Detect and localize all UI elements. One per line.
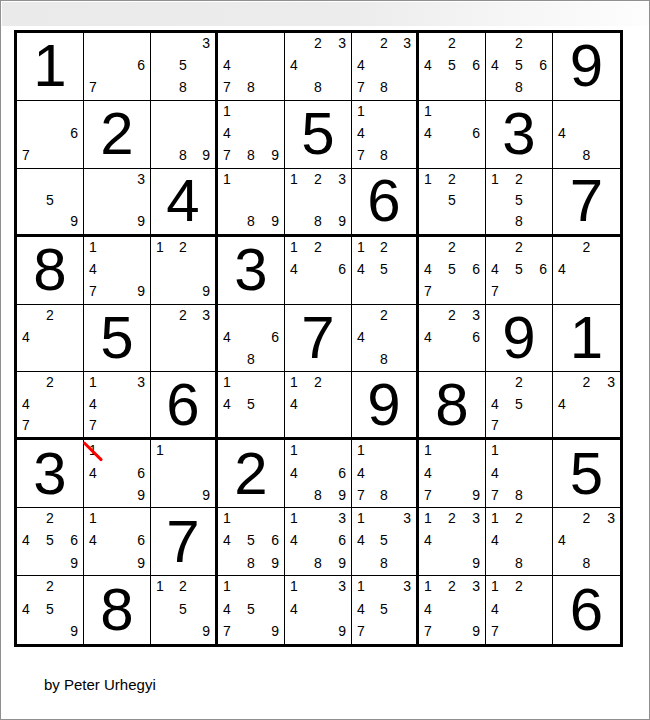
cell-r5c2[interactable]: 5	[84, 305, 151, 373]
candidate-digit: 3	[607, 510, 615, 528]
candidate-slot	[108, 510, 127, 531]
candidate-slot: 2	[510, 171, 529, 191]
candidate-slot	[126, 35, 145, 56]
cell-r7c2[interactable]: 1469	[84, 440, 151, 508]
candidate-digit: 3	[403, 578, 411, 596]
candidate-slot	[192, 124, 210, 145]
cell-r8c9[interactable]: 2348	[553, 508, 620, 576]
candidate-digit: 2	[380, 307, 388, 325]
candidate-slot: 2	[443, 510, 462, 531]
cell-r5c3[interactable]: 23	[151, 305, 218, 373]
candidate-slot	[126, 191, 145, 211]
candidate-slot: 5	[443, 259, 462, 280]
solved-digit: 5	[301, 104, 334, 164]
cell-r3c2[interactable]: 39	[84, 169, 151, 237]
candidate-slot	[461, 280, 480, 301]
candidate-slot	[174, 484, 192, 505]
candidate-slot: 9	[192, 280, 210, 301]
cell-r8c6[interactable]: 13458	[352, 508, 419, 576]
cell-r5c8[interactable]: 9	[486, 305, 553, 373]
cell-r3c7[interactable]: 125	[419, 169, 486, 237]
solved-digit: 3	[33, 444, 66, 504]
candidate-slot: 5	[443, 56, 462, 77]
candidate-digit: 6	[137, 57, 145, 75]
candidate-slot: 1	[357, 510, 375, 531]
candidate-slot	[393, 259, 411, 280]
candidate-slot	[242, 56, 261, 77]
candidate-digit: 2	[314, 374, 322, 392]
cell-r9c4[interactable]: 14579	[218, 576, 285, 644]
candidate-digit: 2	[380, 35, 388, 53]
candidate-slot: 4	[491, 599, 510, 620]
cell-r3c6[interactable]: 6	[352, 169, 419, 237]
candidate-slot: 6	[461, 56, 480, 77]
candidate-slot: 9	[126, 551, 145, 572]
cell-r1c8[interactable]: 24568	[486, 33, 553, 101]
candidate-slot	[260, 348, 279, 369]
cell-r1c4[interactable]: 478	[218, 33, 285, 101]
candidate-slot	[290, 191, 309, 211]
candidate-slot	[309, 56, 328, 77]
cell-r6c8[interactable]: 2457	[486, 372, 553, 440]
candidate-digit: 2	[179, 578, 187, 596]
candidate-slot	[528, 599, 547, 620]
cell-r3c1[interactable]: 59	[17, 169, 84, 237]
cell-r9c2[interactable]: 8	[84, 576, 151, 644]
candidate-slot: 1	[357, 442, 375, 463]
candidate-slot: 1	[223, 374, 242, 394]
candidate-digit: 2	[448, 578, 456, 596]
candidate-digit: 9	[137, 555, 145, 573]
cell-r5c1[interactable]: 24	[17, 305, 84, 373]
cell-r2c7[interactable]: 146	[419, 101, 486, 169]
cell-r8c1[interactable]: 24569	[17, 508, 84, 576]
cell-r9c8[interactable]: 1247	[486, 576, 553, 644]
candidate-slot	[558, 144, 577, 165]
candidate-digit: 8	[380, 487, 388, 505]
candidate-slot	[596, 394, 615, 414]
candidate-slot	[108, 259, 127, 280]
cell-r9c9[interactable]: 6	[553, 576, 620, 644]
candidate-digit: 2	[448, 239, 456, 257]
candidate-grid: 39	[84, 169, 150, 234]
candidate-digit: 4	[424, 465, 432, 483]
candidate-slot	[89, 56, 108, 77]
cell-r4c4[interactable]: 3	[218, 237, 285, 305]
candidate-slot	[461, 191, 480, 211]
candidate-slot	[327, 442, 346, 463]
candidate-slot: 4	[89, 259, 108, 280]
candidate-digit: 6	[472, 261, 480, 279]
candidate-digit: 1	[357, 510, 365, 528]
cell-r7c9[interactable]: 5	[553, 440, 620, 508]
candidate-digit: 2	[583, 510, 591, 528]
candidate-slot: 1	[290, 171, 309, 191]
solved-digit: 8	[435, 375, 468, 435]
candidate-slot: 7	[491, 484, 510, 505]
cell-r5c9[interactable]: 1	[553, 305, 620, 373]
cell-r8c3[interactable]: 7	[151, 508, 218, 576]
candidate-slot	[461, 599, 480, 620]
candidate-grid: 1347	[84, 372, 150, 437]
cell-r7c4[interactable]: 2	[218, 440, 285, 508]
candidate-slot	[528, 76, 547, 97]
candidate-slot	[327, 374, 346, 394]
candidate-slot	[59, 348, 78, 369]
cell-r1c2[interactable]: 67	[84, 33, 151, 101]
candidate-slot	[242, 124, 261, 145]
candidate-slot: 3	[327, 578, 346, 599]
cell-r1c6[interactable]: 23478	[352, 33, 419, 101]
candidate-slot: 5	[242, 599, 261, 620]
solved-digit: 7	[570, 171, 603, 231]
candidate-slot: 6	[461, 259, 480, 280]
candidate-slot: 1	[223, 171, 242, 191]
candidate-slot	[41, 171, 60, 191]
candidate-slot	[528, 414, 547, 434]
cell-r5c6[interactable]: 248	[352, 305, 419, 373]
candidate-slot	[424, 211, 443, 231]
candidate-slot: 4	[290, 394, 309, 414]
candidate-grid: 12349	[419, 508, 485, 575]
candidate-digit: 9	[70, 623, 78, 641]
candidate-digit: 2	[583, 239, 591, 257]
cell-r6c1[interactable]: 247	[17, 372, 84, 440]
candidate-digit: 3	[137, 374, 145, 392]
candidate-slot	[443, 551, 462, 572]
cell-r2c6[interactable]: 1478	[352, 101, 419, 169]
cell-r3c9[interactable]: 7	[553, 169, 620, 237]
candidate-grid: 234	[553, 372, 620, 437]
candidate-slot: 1	[290, 374, 309, 394]
candidate-digit: 6	[539, 57, 547, 75]
candidate-digit: 2	[448, 35, 456, 53]
cell-r2c2[interactable]: 2	[84, 101, 151, 169]
candidate-digit: 2	[515, 239, 523, 257]
cell-r9c6[interactable]: 13457	[352, 576, 419, 644]
candidate-digit: 1	[357, 578, 365, 596]
candidate-digit: 4	[89, 465, 97, 483]
candidate-slot: 1	[223, 578, 242, 599]
candidate-digit: 4	[22, 601, 30, 619]
cell-r3c8[interactable]: 1258	[486, 169, 553, 237]
candidate-slot	[260, 578, 279, 599]
cell-r7c1[interactable]: 3	[17, 440, 84, 508]
cell-r4c6[interactable]: 1245	[352, 237, 419, 305]
cell-r2c8[interactable]: 3	[486, 101, 553, 169]
candidate-digit: 5	[247, 532, 255, 550]
candidate-slot	[461, 171, 480, 191]
candidate-slot	[558, 280, 577, 301]
candidate-slot	[528, 171, 547, 191]
candidate-digit: 4	[290, 601, 298, 619]
highlight-circle-yellow	[194, 280, 218, 304]
candidate-slot	[443, 124, 462, 145]
candidate-slot	[22, 348, 41, 369]
candidate-grid: 24568	[486, 33, 552, 100]
cell-r1c7[interactable]: 2456	[419, 33, 486, 101]
candidate-slot: 4	[22, 531, 41, 552]
candidate-slot	[327, 239, 346, 260]
candidate-slot	[596, 259, 615, 280]
candidate-slot: 1	[89, 374, 108, 394]
candidate-slot: 4	[357, 463, 375, 484]
candidate-slot: 5	[443, 191, 462, 211]
candidate-slot	[424, 35, 443, 56]
candidate-slot: 7	[89, 414, 108, 434]
candidate-grid: 358	[151, 33, 215, 100]
candidate-slot	[443, 531, 462, 552]
cell-r7c8[interactable]: 1478	[486, 440, 553, 508]
candidate-slot: 4	[491, 394, 510, 414]
candidate-digit: 8	[247, 147, 255, 165]
cell-r4c3[interactable]: 129	[151, 237, 218, 305]
candidate-slot	[528, 280, 547, 301]
candidate-slot	[242, 35, 261, 56]
candidate-slot	[327, 191, 346, 211]
cell-r7c6[interactable]: 1478	[352, 440, 419, 508]
cell-r8c2[interactable]: 1469	[84, 508, 151, 576]
candidate-grid: 2346	[419, 305, 485, 372]
cell-r6c2[interactable]: 1347	[84, 372, 151, 440]
candidate-grid: 12389	[285, 169, 351, 234]
cell-r7c3[interactable]: 19	[151, 440, 218, 508]
candidate-digit: 4	[491, 532, 499, 550]
candidate-slot	[260, 510, 279, 531]
solved-digit: 7	[166, 512, 199, 572]
cell-r6c5[interactable]: 124	[285, 372, 352, 440]
candidate-slot	[309, 259, 328, 280]
cell-r3c4[interactable]: 189	[218, 169, 285, 237]
candidate-slot	[393, 484, 411, 505]
candidate-slot: 4	[558, 394, 577, 414]
candidate-slot: 7	[22, 144, 41, 165]
solved-digit: 2	[100, 104, 133, 164]
candidate-slot	[528, 35, 547, 56]
candidate-slot: 2	[577, 510, 596, 531]
candidate-slot	[41, 103, 60, 124]
candidate-slot	[327, 76, 346, 97]
cell-r6c3[interactable]: 6	[151, 372, 218, 440]
candidate-digit: 7	[424, 487, 432, 505]
cell-r1c1[interactable]: 1	[17, 33, 84, 101]
candidate-slot	[528, 239, 547, 260]
solved-digit: 8	[100, 580, 133, 640]
candidate-slot	[260, 307, 279, 328]
candidate-slot	[461, 144, 480, 165]
cell-r2c3[interactable]: 89	[151, 101, 218, 169]
cell-r5c5[interactable]: 7	[285, 305, 352, 373]
candidate-slot	[260, 76, 279, 97]
candidate-slot	[393, 103, 411, 124]
candidate-digit: 6	[70, 532, 78, 550]
cell-r9c7[interactable]: 123479	[419, 576, 486, 644]
candidate-grid: 1259	[151, 576, 215, 644]
candidate-slot	[577, 394, 596, 414]
candidate-slot: 2	[510, 578, 529, 599]
candidate-slot	[491, 551, 510, 572]
candidate-slot	[558, 414, 577, 434]
candidate-digit: 9	[70, 213, 78, 231]
candidate-digit: 7	[223, 623, 231, 641]
cell-r5c4[interactable]: 468	[218, 305, 285, 373]
cell-r9c1[interactable]: 2459	[17, 576, 84, 644]
candidate-digit: 5	[179, 601, 187, 619]
candidate-slot	[156, 56, 174, 77]
candidate-slot: 6	[528, 259, 547, 280]
highlight-circle-yellow	[148, 439, 172, 463]
cell-r6c4[interactable]: 145	[218, 372, 285, 440]
candidate-slot: 9	[260, 551, 279, 572]
candidate-digit: 4	[357, 261, 365, 279]
candidate-slot: 1	[156, 578, 174, 599]
cell-r8c8[interactable]: 1248	[486, 508, 553, 576]
candidate-slot	[327, 414, 346, 434]
candidate-slot	[424, 144, 443, 165]
candidate-slot	[528, 374, 547, 394]
cell-r8c4[interactable]: 145689	[218, 508, 285, 576]
cell-r1c5[interactable]: 2348	[285, 33, 352, 101]
candidate-slot: 2	[443, 239, 462, 260]
candidate-slot	[510, 620, 529, 641]
cell-r4c2[interactable]: 1479	[84, 237, 151, 305]
candidate-slot: 2	[443, 171, 462, 191]
candidate-digit: 2	[515, 374, 523, 392]
cell-r4c5[interactable]: 1246	[285, 237, 352, 305]
candidate-digit: 3	[338, 35, 346, 53]
candidate-slot	[192, 578, 210, 599]
candidate-grid: 145	[218, 372, 284, 437]
candidate-slot	[309, 510, 328, 531]
solved-digit: 7	[301, 308, 334, 368]
candidate-digit: 2	[515, 35, 523, 53]
candidate-slot	[192, 599, 210, 620]
candidate-digit: 9	[137, 487, 145, 505]
candidate-digit: 4	[558, 125, 566, 143]
cell-r4c1[interactable]: 8	[17, 237, 84, 305]
cell-r9c3[interactable]: 1259	[151, 576, 218, 644]
cell-r2c5[interactable]: 5	[285, 101, 352, 169]
cell-r8c5[interactable]: 134689	[285, 508, 352, 576]
candidate-slot	[375, 463, 393, 484]
cell-r1c9[interactable]: 9	[553, 33, 620, 101]
candidate-digit: 2	[448, 171, 456, 189]
cell-r2c1[interactable]: 67	[17, 101, 84, 169]
cell-r4c8[interactable]: 24567	[486, 237, 553, 305]
candidate-digit: 6	[137, 465, 145, 483]
cell-r9c5[interactable]: 1349	[285, 576, 352, 644]
cell-r5c7[interactable]: 2346	[419, 305, 486, 373]
candidate-slot	[375, 124, 393, 145]
candidate-grid: 23478	[352, 33, 416, 100]
candidate-slot	[89, 551, 108, 572]
candidate-slot	[461, 211, 480, 231]
candidate-slot	[59, 171, 78, 191]
candidate-slot	[156, 124, 174, 145]
candidate-slot: 6	[126, 56, 145, 77]
candidate-slot: 4	[357, 56, 375, 77]
candidate-slot: 5	[41, 191, 60, 211]
cell-r1c3[interactable]: 358	[151, 33, 218, 101]
cell-r3c3[interactable]: 4	[151, 169, 218, 237]
candidate-slot: 8	[309, 484, 328, 505]
candidate-slot: 9	[327, 620, 346, 641]
candidate-slot: 8	[510, 211, 529, 231]
candidate-grid: 24569	[17, 508, 83, 575]
candidate-digit: 1	[89, 510, 97, 528]
candidate-digit: 4	[223, 57, 231, 75]
candidate-digit: 4	[223, 396, 231, 414]
cell-r8c7[interactable]: 12349	[419, 508, 486, 576]
candidate-slot	[443, 484, 462, 505]
candidate-slot: 1	[424, 510, 443, 531]
candidate-digit: 7	[424, 623, 432, 641]
candidate-slot	[156, 484, 174, 505]
candidate-slot: 7	[424, 484, 443, 505]
candidate-slot: 1	[156, 239, 174, 260]
candidate-slot	[192, 327, 210, 348]
candidate-slot: 4	[223, 327, 242, 348]
solved-digit: 4	[166, 171, 199, 231]
candidate-digit: 7	[357, 623, 365, 641]
candidate-grid: 1478	[352, 440, 416, 507]
candidate-slot: 8	[242, 551, 261, 572]
candidate-grid: 1469	[84, 508, 150, 575]
cell-r7c7[interactable]: 1479	[419, 440, 486, 508]
cell-r3c5[interactable]: 12389	[285, 169, 352, 237]
candidate-digit: 7	[491, 623, 499, 641]
candidate-slot	[22, 191, 41, 211]
cell-r4c7[interactable]: 24567	[419, 237, 486, 305]
candidate-slot	[260, 191, 279, 211]
cell-r2c4[interactable]: 14789	[218, 101, 285, 169]
cell-r4c9[interactable]: 24	[553, 237, 620, 305]
cell-r7c5[interactable]: 14689	[285, 440, 352, 508]
candidate-slot	[309, 620, 328, 641]
cell-r6c7[interactable]: 8	[419, 372, 486, 440]
candidate-digit: 1	[424, 442, 432, 460]
candidate-digit: 4	[491, 57, 499, 75]
candidate-slot: 1	[89, 510, 108, 531]
candidate-slot: 2	[41, 307, 60, 328]
candidate-digit: 2	[46, 578, 54, 596]
candidate-slot	[156, 327, 174, 348]
candidate-grid: 24	[553, 237, 620, 304]
candidate-digit: 4	[89, 532, 97, 550]
candidate-digit: 5	[380, 532, 388, 550]
candidate-slot: 1	[290, 442, 309, 463]
candidate-slot	[59, 578, 78, 599]
candidate-grid: 24	[17, 305, 83, 372]
candidate-slot	[174, 124, 192, 145]
candidate-slot	[491, 374, 510, 394]
candidate-slot: 9	[260, 620, 279, 641]
candidate-slot: 7	[357, 620, 375, 641]
candidate-slot	[108, 211, 127, 231]
candidate-slot	[558, 510, 577, 531]
cell-r6c9[interactable]: 234	[553, 372, 620, 440]
candidate-slot	[443, 144, 462, 165]
candidate-slot: 3	[393, 510, 411, 531]
cell-r6c6[interactable]: 9	[352, 372, 419, 440]
candidate-slot	[41, 124, 60, 145]
candidate-slot	[59, 374, 78, 394]
candidate-slot: 2	[41, 510, 60, 531]
cell-r2c9[interactable]: 48	[553, 101, 620, 169]
candidate-slot: 3	[393, 35, 411, 56]
candidate-slot	[393, 620, 411, 641]
candidate-digit: 1	[223, 103, 231, 121]
